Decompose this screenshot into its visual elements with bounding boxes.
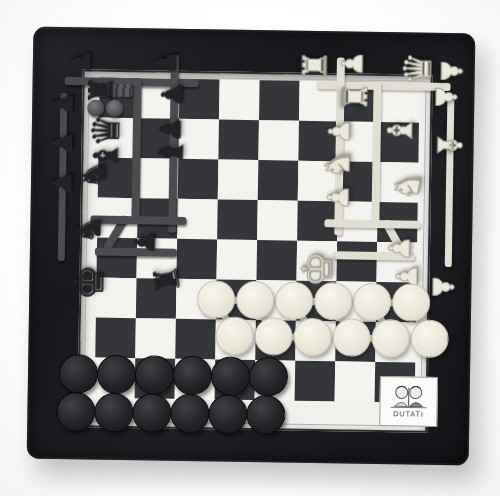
- black-checker-disc[interactable]: [210, 356, 250, 396]
- sprue-layer: ♟♟♜♟♟♛♟♟♝♝♞♟♞♟♚♜♟♜♛♟♜♟♝♟♞♞♝♟♟♟♚♟: [4, 0, 500, 4]
- white-pawn-piece[interactable]: ♟: [325, 118, 354, 144]
- white-queen-piece[interactable]: ♛: [399, 51, 438, 86]
- board-square-r2c3[interactable]: [218, 159, 259, 200]
- board-set: DUTATI ♟♟♜♟♟♛♟♟♝♝♞♟♞♟♚♜♟♜♛♟♜♟♝♟♞♞♝♟♟♟♚♟: [0, 0, 500, 496]
- black-checker-disc[interactable]: [94, 392, 134, 432]
- board-square-r4c4[interactable]: [256, 240, 297, 281]
- black-knight-piece[interactable]: ♞: [71, 214, 105, 245]
- black-knight-piece[interactable]: ♞: [75, 158, 111, 191]
- board-square-r6c2[interactable]: [175, 319, 216, 360]
- black-checker-disc[interactable]: [132, 393, 172, 433]
- black-checker-disc[interactable]: [172, 355, 212, 395]
- brand-name: DUTATI: [393, 411, 424, 418]
- brand-kids-icon: [388, 384, 428, 411]
- black-pawn-piece[interactable]: ♟: [66, 48, 95, 74]
- black-checker-disc[interactable]: [170, 393, 210, 433]
- black-pawn-piece[interactable]: ♟: [158, 82, 187, 108]
- black-rook-piece[interactable]: ♜: [148, 262, 185, 296]
- white-pawn-piece[interactable]: ♟: [338, 50, 367, 76]
- black-pawn-piece[interactable]: ♟: [49, 91, 78, 117]
- board-square-r1c3[interactable]: [218, 119, 259, 160]
- black-pawn-piece[interactable]: ♟: [47, 170, 76, 196]
- board-square-r4c3[interactable]: [217, 239, 258, 280]
- black-checker-disc[interactable]: [134, 355, 174, 395]
- black-bishop-piece[interactable]: ♝: [153, 137, 187, 168]
- black-checker-disc[interactable]: [248, 356, 288, 396]
- black-pawn-piece[interactable]: ♟: [48, 130, 77, 156]
- board-square-r1c4[interactable]: [258, 120, 299, 161]
- board-square-r2c4[interactable]: [258, 160, 299, 201]
- board-square-r3c3[interactable]: [217, 199, 258, 240]
- black-checker-disc[interactable]: [208, 394, 248, 434]
- black-pawn-piece[interactable]: ♟: [151, 49, 180, 75]
- white-sprue-runner: [324, 219, 420, 229]
- board-square-r4c6[interactable]: [336, 241, 377, 282]
- product-photo: { "game": "Chess and checkers (draughts)…: [0, 0, 500, 496]
- white-knight-piece[interactable]: ♞: [320, 149, 354, 180]
- black-checker-disc[interactable]: [58, 354, 98, 394]
- board-square-r6c1[interactable]: [135, 318, 176, 359]
- white-rook-piece[interactable]: ♜: [338, 82, 371, 112]
- brand-sticker: DUTATI: [379, 376, 438, 427]
- white-pawn-piece[interactable]: ♟: [385, 235, 414, 261]
- black-rook-piece[interactable]: ♜: [84, 76, 117, 106]
- black-checker-disc[interactable]: [56, 391, 96, 431]
- white-pawn-piece[interactable]: ♟: [428, 274, 457, 300]
- black-checker-disc[interactable]: [96, 354, 136, 394]
- board-square-r7c6[interactable]: [335, 361, 376, 402]
- white-bishop-piece[interactable]: ♝: [383, 115, 417, 146]
- white-pawn-piece[interactable]: ♟: [324, 184, 353, 210]
- black-pawn-piece[interactable]: ♟: [130, 229, 159, 255]
- black-checker-disc[interactable]: [246, 394, 286, 434]
- white-pawn-piece[interactable]: ♟: [431, 84, 460, 110]
- board-square-r0c4[interactable]: [259, 80, 300, 121]
- white-rook-piece[interactable]: ♜: [298, 50, 331, 80]
- board-square-r7c5[interactable]: [295, 361, 336, 402]
- board-square-r6c0[interactable]: [95, 318, 136, 359]
- board-square-r0c3[interactable]: [219, 80, 260, 121]
- white-bishop-piece[interactable]: ♝: [432, 130, 466, 161]
- board-square-r3c4[interactable]: [257, 200, 298, 241]
- black-king-piece[interactable]: ♚: [69, 264, 111, 301]
- white-pawn-piece[interactable]: ♟: [436, 58, 465, 84]
- white-knight-piece[interactable]: ♞: [387, 167, 426, 203]
